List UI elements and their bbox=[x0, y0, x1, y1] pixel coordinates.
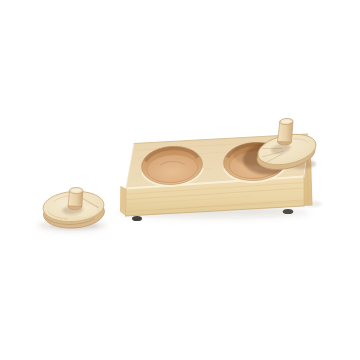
foot-left bbox=[132, 216, 142, 221]
lid-left-peg bbox=[68, 188, 83, 210]
wooden-treat-puzzle-scene bbox=[0, 0, 360, 360]
product-photo-canvas bbox=[0, 0, 360, 360]
foot-right bbox=[283, 209, 293, 214]
lid-right-peg bbox=[278, 118, 294, 145]
